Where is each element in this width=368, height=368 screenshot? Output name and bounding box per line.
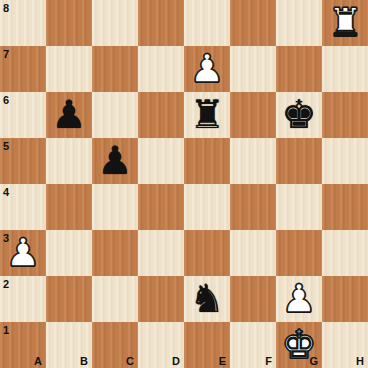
square-g8[interactable] bbox=[276, 0, 322, 46]
square-e2[interactable]: ♞ bbox=[184, 276, 230, 322]
square-f2[interactable] bbox=[230, 276, 276, 322]
rank-label-7: 7 bbox=[3, 48, 9, 60]
file-label-b: B bbox=[80, 355, 88, 367]
square-g6[interactable]: ♚ bbox=[276, 92, 322, 138]
square-a5[interactable]: 5 bbox=[0, 138, 46, 184]
square-a8[interactable]: 8 bbox=[0, 0, 46, 46]
square-h1[interactable]: H bbox=[322, 322, 368, 368]
square-h8[interactable]: ♜ bbox=[322, 0, 368, 46]
square-a7[interactable]: 7 bbox=[0, 46, 46, 92]
file-label-c: C bbox=[126, 355, 134, 367]
rank-label-6: 6 bbox=[3, 94, 9, 106]
chess-board: 8♜7♟6♟♜♚5♟43♟2♞♟1ABCDEFG♚H bbox=[0, 0, 368, 368]
piece-black-pawn[interactable]: ♟ bbox=[92, 138, 138, 184]
square-h6[interactable] bbox=[322, 92, 368, 138]
rank-label-8: 8 bbox=[3, 2, 9, 14]
square-a3[interactable]: 3♟ bbox=[0, 230, 46, 276]
square-b5[interactable] bbox=[46, 138, 92, 184]
square-b8[interactable] bbox=[46, 0, 92, 46]
square-e7[interactable]: ♟ bbox=[184, 46, 230, 92]
square-c4[interactable] bbox=[92, 184, 138, 230]
square-h3[interactable] bbox=[322, 230, 368, 276]
square-e6[interactable]: ♜ bbox=[184, 92, 230, 138]
square-g4[interactable] bbox=[276, 184, 322, 230]
square-g3[interactable] bbox=[276, 230, 322, 276]
file-label-a: A bbox=[34, 355, 42, 367]
square-d4[interactable] bbox=[138, 184, 184, 230]
square-h7[interactable] bbox=[322, 46, 368, 92]
square-g5[interactable] bbox=[276, 138, 322, 184]
square-d7[interactable] bbox=[138, 46, 184, 92]
file-label-d: D bbox=[172, 355, 180, 367]
piece-black-knight[interactable]: ♞ bbox=[184, 276, 230, 322]
piece-white-rook[interactable]: ♜ bbox=[322, 0, 368, 46]
square-h4[interactable] bbox=[322, 184, 368, 230]
square-b4[interactable] bbox=[46, 184, 92, 230]
piece-white-pawn[interactable]: ♟ bbox=[184, 46, 230, 92]
square-c2[interactable] bbox=[92, 276, 138, 322]
piece-white-pawn[interactable]: ♟ bbox=[276, 276, 322, 322]
square-b3[interactable] bbox=[46, 230, 92, 276]
square-a6[interactable]: 6 bbox=[0, 92, 46, 138]
rank-label-1: 1 bbox=[3, 324, 9, 336]
rank-label-4: 4 bbox=[3, 186, 9, 198]
square-e8[interactable] bbox=[184, 0, 230, 46]
square-d1[interactable]: D bbox=[138, 322, 184, 368]
square-b1[interactable]: B bbox=[46, 322, 92, 368]
square-b2[interactable] bbox=[46, 276, 92, 322]
square-a2[interactable]: 2 bbox=[0, 276, 46, 322]
square-g2[interactable]: ♟ bbox=[276, 276, 322, 322]
rank-label-5: 5 bbox=[3, 140, 9, 152]
square-c6[interactable] bbox=[92, 92, 138, 138]
piece-black-pawn[interactable]: ♟ bbox=[46, 92, 92, 138]
square-d2[interactable] bbox=[138, 276, 184, 322]
square-g7[interactable] bbox=[276, 46, 322, 92]
rank-label-2: 2 bbox=[3, 278, 9, 290]
square-a4[interactable]: 4 bbox=[0, 184, 46, 230]
square-f1[interactable]: F bbox=[230, 322, 276, 368]
square-c3[interactable] bbox=[92, 230, 138, 276]
square-f4[interactable] bbox=[230, 184, 276, 230]
square-d6[interactable] bbox=[138, 92, 184, 138]
square-c7[interactable] bbox=[92, 46, 138, 92]
square-c8[interactable] bbox=[92, 0, 138, 46]
square-c1[interactable]: C bbox=[92, 322, 138, 368]
square-f7[interactable] bbox=[230, 46, 276, 92]
file-label-h: H bbox=[356, 355, 364, 367]
square-h2[interactable] bbox=[322, 276, 368, 322]
square-f3[interactable] bbox=[230, 230, 276, 276]
square-d5[interactable] bbox=[138, 138, 184, 184]
square-f8[interactable] bbox=[230, 0, 276, 46]
square-c5[interactable]: ♟ bbox=[92, 138, 138, 184]
piece-black-king[interactable]: ♚ bbox=[276, 92, 322, 138]
square-b7[interactable] bbox=[46, 46, 92, 92]
square-a1[interactable]: 1A bbox=[0, 322, 46, 368]
piece-black-rook[interactable]: ♜ bbox=[184, 92, 230, 138]
square-e3[interactable] bbox=[184, 230, 230, 276]
file-label-e: E bbox=[219, 355, 226, 367]
square-e5[interactable] bbox=[184, 138, 230, 184]
square-d8[interactable] bbox=[138, 0, 184, 46]
rank-label-3: 3 bbox=[3, 232, 9, 244]
square-f6[interactable] bbox=[230, 92, 276, 138]
square-f5[interactable] bbox=[230, 138, 276, 184]
square-g1[interactable]: G♚ bbox=[276, 322, 322, 368]
square-e4[interactable] bbox=[184, 184, 230, 230]
square-e1[interactable]: E bbox=[184, 322, 230, 368]
square-d3[interactable] bbox=[138, 230, 184, 276]
file-label-g: G bbox=[309, 355, 318, 367]
file-label-f: F bbox=[265, 355, 272, 367]
square-h5[interactable] bbox=[322, 138, 368, 184]
square-b6[interactable]: ♟ bbox=[46, 92, 92, 138]
